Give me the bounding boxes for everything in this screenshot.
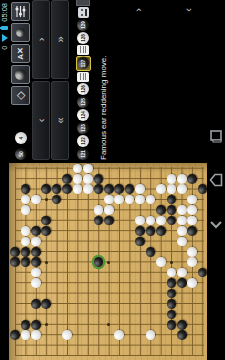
white-stone bbox=[177, 185, 187, 195]
black-stone bbox=[177, 278, 187, 288]
notification-count: 0 bbox=[1, 46, 8, 50]
white-stone bbox=[21, 330, 31, 340]
screenshot-root: { "game": "go", "position": { "format": … bbox=[0, 0, 225, 360]
black-stone bbox=[146, 247, 156, 257]
white-stone bbox=[167, 174, 177, 184]
move-stone-123[interactable]: 123 bbox=[77, 122, 89, 134]
black-stone bbox=[135, 237, 145, 247]
move-stone-126[interactable]: 126 bbox=[77, 83, 89, 95]
white-stone bbox=[135, 185, 145, 195]
white-stone bbox=[31, 195, 41, 205]
labels-toggle-button[interactable]: A✕ bbox=[11, 44, 30, 63]
comment-page-icon[interactable] bbox=[77, 45, 89, 55]
black-stone bbox=[177, 320, 187, 330]
white-stone bbox=[62, 330, 72, 340]
black-stone bbox=[10, 330, 20, 340]
white-stone bbox=[83, 174, 93, 184]
back-icon[interactable] bbox=[209, 217, 223, 231]
black-stone bbox=[146, 226, 156, 236]
white-stone bbox=[177, 237, 187, 247]
diamond-icon: ◇ bbox=[15, 91, 26, 99]
white-stone bbox=[177, 216, 187, 226]
hoshi-point bbox=[45, 198, 48, 201]
black-stone bbox=[10, 257, 20, 267]
move-stone-125[interactable]: 125 bbox=[77, 96, 89, 108]
black-stone bbox=[187, 226, 197, 236]
white-stone bbox=[73, 174, 83, 184]
black-stone bbox=[62, 174, 72, 184]
black-stone bbox=[21, 257, 31, 267]
scroll-next-button[interactable]: › bbox=[133, 4, 144, 16]
black-stone bbox=[135, 226, 145, 236]
black-stone bbox=[10, 247, 20, 257]
white-stone bbox=[83, 185, 93, 195]
black-stone bbox=[104, 216, 114, 226]
recents-icon[interactable] bbox=[209, 129, 223, 143]
battery-icon bbox=[1, 26, 8, 30]
black-stone bbox=[177, 330, 187, 340]
black-stone bbox=[156, 205, 166, 215]
move-stone-128[interactable]: 128 bbox=[77, 32, 89, 44]
fast-nav-row: « » bbox=[51, 0, 69, 160]
tune-sliders-icon bbox=[14, 5, 27, 18]
wifi-icon bbox=[2, 34, 8, 42]
action-buttons: ◇ A✕ bbox=[11, 2, 30, 105]
white-stone bbox=[104, 195, 114, 205]
fast-back-button[interactable]: « bbox=[51, 81, 69, 160]
black-stone bbox=[167, 310, 177, 320]
black-stone bbox=[114, 185, 124, 195]
move-stone-129[interactable]: 129 bbox=[77, 19, 89, 31]
black-stone bbox=[198, 185, 208, 195]
landscape-screen: 0 05:08 50 4 ◇ bbox=[0, 0, 225, 360]
black-stone bbox=[167, 299, 177, 309]
black-stone bbox=[31, 299, 41, 309]
white-stone bbox=[94, 205, 104, 215]
action-bar: 50 4 ◇ A✕ bbox=[10, 0, 31, 160]
white-stone bbox=[31, 278, 41, 288]
white-stone bbox=[156, 185, 166, 195]
black-stone bbox=[94, 185, 104, 195]
stone-icon bbox=[16, 28, 25, 37]
white-stone bbox=[21, 226, 31, 236]
white-stone bbox=[177, 268, 187, 278]
move-comment: Famous ear reddening move. bbox=[99, 0, 109, 160]
black-stone bbox=[31, 226, 41, 236]
settings-button[interactable] bbox=[11, 2, 30, 21]
black-stone bbox=[41, 299, 51, 309]
black-stone bbox=[62, 185, 72, 195]
white-stone bbox=[156, 216, 166, 226]
black-stone bbox=[167, 205, 177, 215]
white-stone bbox=[177, 205, 187, 215]
board-face-icon[interactable] bbox=[78, 7, 89, 18]
black-stone bbox=[167, 278, 177, 288]
comment-page-icon[interactable] bbox=[77, 72, 89, 82]
white-stone bbox=[177, 174, 187, 184]
current-move-stone bbox=[94, 257, 104, 267]
hoshi-point bbox=[170, 261, 173, 264]
prev-move-button[interactable]: ‹ bbox=[32, 81, 50, 160]
fast-forward-button[interactable]: » bbox=[51, 0, 69, 79]
white-stone bbox=[31, 330, 41, 340]
white-stone bbox=[31, 237, 41, 247]
black-stone-button[interactable] bbox=[11, 65, 30, 84]
white-stone bbox=[187, 205, 197, 215]
step-nav-row: ‹ › bbox=[32, 0, 50, 160]
play-stone-button[interactable] bbox=[11, 23, 30, 42]
status-bar: 0 05:08 bbox=[0, 0, 9, 360]
move-stone-121[interactable]: 121 bbox=[77, 148, 89, 160]
black-stone bbox=[94, 174, 104, 184]
white-capture-counter: 4 bbox=[15, 132, 27, 144]
current-move-highlight[interactable]: 127 bbox=[76, 56, 91, 71]
go-board[interactable] bbox=[9, 163, 207, 360]
white-stone bbox=[187, 257, 197, 267]
white-stone bbox=[83, 164, 93, 174]
board-area bbox=[9, 163, 207, 360]
black-stone bbox=[187, 174, 197, 184]
folded-page-icon[interactable] bbox=[76, 0, 90, 6]
white-stone bbox=[187, 247, 197, 257]
move-stone-124[interactable]: 124 bbox=[77, 109, 89, 121]
labels-icon: A✕ bbox=[16, 47, 25, 59]
scroll-prev-button[interactable]: ‹ bbox=[183, 4, 194, 16]
black-stone bbox=[31, 257, 41, 267]
black-stone bbox=[198, 268, 208, 278]
white-stone bbox=[104, 205, 114, 215]
black-stone bbox=[104, 185, 114, 195]
black-capture-counter: 50 bbox=[15, 148, 27, 160]
white-stone bbox=[114, 330, 124, 340]
main-content: 50 4 ◇ A✕ bbox=[9, 0, 207, 360]
white-stone bbox=[31, 268, 41, 278]
black-stone bbox=[41, 226, 51, 236]
white-stone bbox=[146, 330, 156, 340]
black-stone bbox=[21, 320, 31, 330]
white-stone bbox=[177, 226, 187, 236]
black-stone bbox=[31, 247, 41, 257]
move-list-strip[interactable]: 121122123124125126127128129 bbox=[70, 0, 96, 160]
hoshi-point bbox=[45, 261, 48, 264]
white-stone bbox=[21, 205, 31, 215]
white-stone bbox=[135, 216, 145, 226]
black-stone bbox=[31, 320, 41, 330]
move-stone-127[interactable]: 127 bbox=[77, 58, 89, 70]
black-stone bbox=[167, 320, 177, 330]
white-stone bbox=[156, 257, 166, 267]
android-nav-bar bbox=[207, 0, 225, 360]
diamond-button[interactable]: ◇ bbox=[11, 86, 30, 105]
next-move-button[interactable]: › bbox=[32, 0, 50, 79]
white-stone bbox=[187, 278, 197, 288]
move-stone-122[interactable]: 122 bbox=[77, 135, 89, 147]
control-panel: 50 4 ◇ A✕ bbox=[9, 0, 207, 163]
clock: 05:08 bbox=[1, 3, 9, 22]
white-stone bbox=[167, 185, 177, 195]
stone-icon bbox=[15, 69, 26, 80]
black-stone bbox=[21, 247, 31, 257]
home-icon[interactable] bbox=[209, 173, 223, 187]
black-stone bbox=[156, 226, 166, 236]
